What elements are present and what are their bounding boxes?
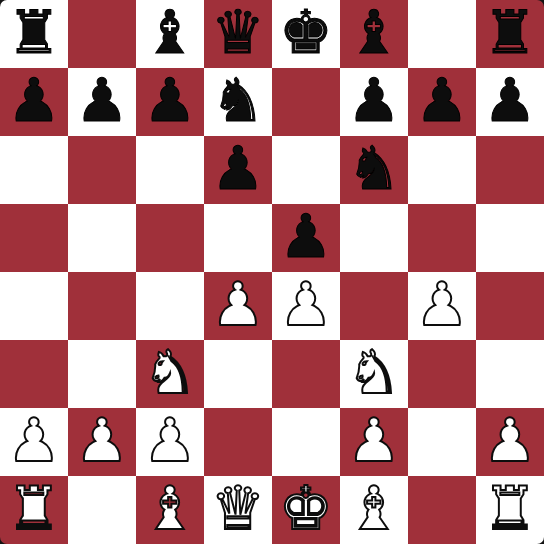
- square-b2[interactable]: ♟: [68, 408, 136, 476]
- square-f5[interactable]: [340, 204, 408, 272]
- square-h4[interactable]: [476, 272, 544, 340]
- black-rook[interactable]: ♜: [483, 0, 537, 66]
- square-g3[interactable]: [408, 340, 476, 408]
- white-pawn[interactable]: ♟: [143, 406, 197, 474]
- square-c4[interactable]: [136, 272, 204, 340]
- chess-board: ♜♝♛♚♝♜♟♟♟♞♟♟♟♟♞♟♟♟♟♞♞♟♟♟♟♟♜♝♛♚♝♜: [0, 0, 544, 544]
- square-g7[interactable]: ♟: [408, 68, 476, 136]
- square-e7[interactable]: [272, 68, 340, 136]
- square-a4[interactable]: [0, 272, 68, 340]
- white-bishop[interactable]: ♝: [347, 474, 401, 542]
- square-d7[interactable]: ♞: [204, 68, 272, 136]
- square-e5[interactable]: ♟: [272, 204, 340, 272]
- square-d4[interactable]: ♟: [204, 272, 272, 340]
- square-c8[interactable]: ♝: [136, 0, 204, 68]
- white-bishop[interactable]: ♝: [143, 474, 197, 542]
- square-e2[interactable]: [272, 408, 340, 476]
- square-f6[interactable]: ♞: [340, 136, 408, 204]
- square-e8[interactable]: ♚: [272, 0, 340, 68]
- white-queen[interactable]: ♛: [211, 474, 265, 542]
- white-pawn[interactable]: ♟: [7, 406, 61, 474]
- black-pawn[interactable]: ♟: [143, 66, 197, 134]
- square-b4[interactable]: [68, 272, 136, 340]
- square-a5[interactable]: [0, 204, 68, 272]
- square-e1[interactable]: ♚: [272, 476, 340, 544]
- square-b6[interactable]: [68, 136, 136, 204]
- square-d6[interactable]: ♟: [204, 136, 272, 204]
- black-rook[interactable]: ♜: [7, 0, 61, 66]
- square-h5[interactable]: [476, 204, 544, 272]
- black-knight[interactable]: ♞: [211, 66, 265, 134]
- square-d3[interactable]: [204, 340, 272, 408]
- black-pawn[interactable]: ♟: [483, 66, 537, 134]
- white-pawn[interactable]: ♟: [347, 406, 401, 474]
- square-a3[interactable]: [0, 340, 68, 408]
- square-h3[interactable]: [476, 340, 544, 408]
- black-pawn[interactable]: ♟: [415, 66, 469, 134]
- black-pawn[interactable]: ♟: [75, 66, 129, 134]
- square-b8[interactable]: [68, 0, 136, 68]
- white-rook[interactable]: ♜: [483, 474, 537, 542]
- black-queen[interactable]: ♛: [211, 0, 265, 66]
- square-f4[interactable]: [340, 272, 408, 340]
- square-f2[interactable]: ♟: [340, 408, 408, 476]
- white-rook[interactable]: ♜: [7, 474, 61, 542]
- square-g4[interactable]: ♟: [408, 272, 476, 340]
- square-h6[interactable]: [476, 136, 544, 204]
- square-g8[interactable]: [408, 0, 476, 68]
- square-a2[interactable]: ♟: [0, 408, 68, 476]
- square-b7[interactable]: ♟: [68, 68, 136, 136]
- white-pawn[interactable]: ♟: [279, 270, 333, 338]
- square-d5[interactable]: [204, 204, 272, 272]
- square-h8[interactable]: ♜: [476, 0, 544, 68]
- black-knight[interactable]: ♞: [347, 134, 401, 202]
- white-knight[interactable]: ♞: [143, 338, 197, 406]
- square-c1[interactable]: ♝: [136, 476, 204, 544]
- square-a8[interactable]: ♜: [0, 0, 68, 68]
- square-b3[interactable]: [68, 340, 136, 408]
- square-f8[interactable]: ♝: [340, 0, 408, 68]
- square-c3[interactable]: ♞: [136, 340, 204, 408]
- black-bishop[interactable]: ♝: [347, 0, 401, 66]
- black-pawn[interactable]: ♟: [347, 66, 401, 134]
- square-d2[interactable]: [204, 408, 272, 476]
- black-pawn[interactable]: ♟: [211, 134, 265, 202]
- square-f7[interactable]: ♟: [340, 68, 408, 136]
- square-d1[interactable]: ♛: [204, 476, 272, 544]
- square-h7[interactable]: ♟: [476, 68, 544, 136]
- white-pawn[interactable]: ♟: [211, 270, 265, 338]
- square-f1[interactable]: ♝: [340, 476, 408, 544]
- square-g2[interactable]: [408, 408, 476, 476]
- square-g1[interactable]: [408, 476, 476, 544]
- square-e3[interactable]: [272, 340, 340, 408]
- white-knight[interactable]: ♞: [347, 338, 401, 406]
- white-pawn[interactable]: ♟: [483, 406, 537, 474]
- square-a7[interactable]: ♟: [0, 68, 68, 136]
- black-pawn[interactable]: ♟: [279, 202, 333, 270]
- square-c2[interactable]: ♟: [136, 408, 204, 476]
- square-h2[interactable]: ♟: [476, 408, 544, 476]
- square-c5[interactable]: [136, 204, 204, 272]
- square-h1[interactable]: ♜: [476, 476, 544, 544]
- square-c7[interactable]: ♟: [136, 68, 204, 136]
- square-f3[interactable]: ♞: [340, 340, 408, 408]
- square-e4[interactable]: ♟: [272, 272, 340, 340]
- square-a6[interactable]: [0, 136, 68, 204]
- black-bishop[interactable]: ♝: [143, 0, 197, 66]
- square-g5[interactable]: [408, 204, 476, 272]
- square-e6[interactable]: [272, 136, 340, 204]
- white-pawn[interactable]: ♟: [75, 406, 129, 474]
- white-king[interactable]: ♚: [279, 474, 333, 542]
- square-a1[interactable]: ♜: [0, 476, 68, 544]
- black-king[interactable]: ♚: [279, 0, 333, 66]
- square-b1[interactable]: [68, 476, 136, 544]
- square-d8[interactable]: ♛: [204, 0, 272, 68]
- square-b5[interactable]: [68, 204, 136, 272]
- square-c6[interactable]: [136, 136, 204, 204]
- square-g6[interactable]: [408, 136, 476, 204]
- white-pawn[interactable]: ♟: [415, 270, 469, 338]
- black-pawn[interactable]: ♟: [7, 66, 61, 134]
